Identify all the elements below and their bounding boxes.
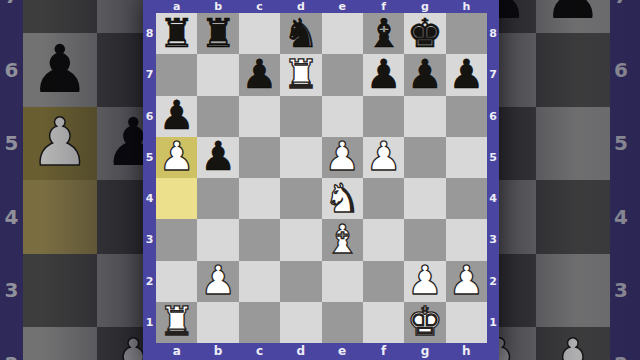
bg-piece-black-pawn-b5: ♟ <box>104 110 143 176</box>
bg-square-g7: ♟ <box>499 0 536 33</box>
square-d3[interactable] <box>280 219 321 260</box>
square-h2[interactable]: ♟ <box>446 261 487 302</box>
piece-white-knight-e4[interactable]: ♞ <box>324 178 360 218</box>
square-g3[interactable] <box>404 219 445 260</box>
square-d6[interactable] <box>280 96 321 137</box>
bg-rank-label-3: 3 <box>0 278 23 302</box>
piece-white-rook-d7[interactable]: ♜ <box>283 54 319 94</box>
square-b2[interactable]: ♟ <box>197 261 238 302</box>
square-a2[interactable] <box>156 261 197 302</box>
bg-square-a3 <box>23 254 97 328</box>
bg-rank-label-6: 6 <box>610 58 633 82</box>
square-g2[interactable]: ♟ <box>404 261 445 302</box>
file-label-bottom-h: h <box>446 343 487 360</box>
bg-square-a5: ♟ <box>23 107 97 181</box>
bg-coordinate-strip <box>610 0 640 360</box>
file-label-top-c: c <box>239 0 280 13</box>
square-e5[interactable]: ♟ <box>322 137 363 178</box>
square-c8[interactable] <box>239 13 280 54</box>
bg-square-b7 <box>97 0 144 33</box>
square-d2[interactable] <box>280 261 321 302</box>
square-g6[interactable] <box>404 96 445 137</box>
bg-rank-label-2: 2 <box>610 352 633 360</box>
rank-label-left-7: 7 <box>143 54 156 95</box>
square-a5[interactable]: ♟ <box>156 137 197 178</box>
rank-label-right-7: 7 <box>487 54 499 95</box>
square-d7[interactable]: ♜ <box>280 54 321 95</box>
square-e6[interactable] <box>322 96 363 137</box>
background-board-right: ♟♟♟♟765432 <box>499 0 640 360</box>
file-label-bottom-c: c <box>239 343 280 360</box>
bg-square-a4 <box>23 180 97 254</box>
piece-white-pawn-f5[interactable]: ♟ <box>366 136 402 176</box>
bg-rank-label-5: 5 <box>610 131 633 155</box>
piece-black-pawn-g7[interactable]: ♟ <box>407 54 443 94</box>
bg-square-a2 <box>23 327 97 360</box>
piece-black-rook-b8[interactable]: ♜ <box>200 13 236 53</box>
square-e3[interactable]: ♝ <box>322 219 363 260</box>
piece-white-pawn-e5[interactable]: ♟ <box>324 136 360 176</box>
bg-square-b3 <box>97 254 144 328</box>
piece-black-rook-a8[interactable]: ♜ <box>159 13 195 53</box>
rank-label-left-3: 3 <box>143 219 156 260</box>
square-c7[interactable]: ♟ <box>239 54 280 95</box>
square-f8[interactable]: ♝ <box>363 13 404 54</box>
square-d8[interactable]: ♞ <box>280 13 321 54</box>
square-a8[interactable]: ♜ <box>156 13 197 54</box>
bg-piece-white-pawn-a5: ♟ <box>30 110 89 176</box>
bg-rank-label-7: 7 <box>0 0 23 8</box>
bg-square-h4 <box>536 180 610 254</box>
square-h6[interactable] <box>446 96 487 137</box>
bg-square-h3 <box>536 254 610 328</box>
board-squares: ♜♜♞♝♚♟♜♟♟♟♟♟♟♟♟♞♝♟♟♟♜♚ <box>156 13 487 343</box>
square-h4[interactable] <box>446 178 487 219</box>
piece-black-pawn-b5[interactable]: ♟ <box>200 136 236 176</box>
bg-square-h2: ♟ <box>536 327 610 360</box>
square-h7[interactable]: ♟ <box>446 54 487 95</box>
piece-black-knight-d8[interactable]: ♞ <box>283 13 319 53</box>
piece-white-rook-a1[interactable]: ♜ <box>159 301 195 341</box>
bg-rank-label-4: 4 <box>0 205 23 229</box>
rank-label-right-5: 5 <box>487 137 499 178</box>
square-e2[interactable] <box>322 261 363 302</box>
square-g5[interactable] <box>404 137 445 178</box>
bg-piece-black-pawn-g7: ♟ <box>499 0 529 29</box>
square-b4[interactable] <box>197 178 238 219</box>
square-a3[interactable] <box>156 219 197 260</box>
piece-white-bishop-e3[interactable]: ♝ <box>324 219 360 259</box>
file-label-top-h: h <box>446 0 487 13</box>
bg-square-g5 <box>499 107 536 181</box>
square-g8[interactable]: ♚ <box>404 13 445 54</box>
square-b5[interactable]: ♟ <box>197 137 238 178</box>
piece-white-pawn-h2[interactable]: ♟ <box>448 260 484 300</box>
bg-square-b6 <box>97 33 144 107</box>
square-f1[interactable] <box>363 302 404 343</box>
rank-label-right-3: 3 <box>487 219 499 260</box>
square-g1[interactable]: ♚ <box>404 302 445 343</box>
bg-square-h5 <box>536 107 610 181</box>
bg-square-a7 <box>23 0 97 33</box>
bg-piece-white-pawn-h2: ♟ <box>543 331 602 360</box>
rank-label-left-1: 1 <box>143 302 156 343</box>
piece-black-pawn-a6[interactable]: ♟ <box>159 95 195 135</box>
square-c5[interactable] <box>239 137 280 178</box>
piece-black-pawn-h7[interactable]: ♟ <box>448 54 484 94</box>
file-label-bottom-e: e <box>322 343 363 360</box>
chess-app-frame: 765432♟♟♟♟ ♟♟♟♟765432 abcdefgh abcdefgh … <box>0 0 640 360</box>
square-c1[interactable] <box>239 302 280 343</box>
background-board-left: 765432♟♟♟♟ <box>0 0 143 360</box>
bg-rank-label-2: 2 <box>0 352 23 360</box>
bg-square-a6: ♟ <box>23 33 97 107</box>
file-label-bottom-g: g <box>404 343 445 360</box>
piece-white-king-g1[interactable]: ♚ <box>407 301 443 341</box>
bg-coordinate-strip <box>0 0 23 360</box>
square-g4[interactable] <box>404 178 445 219</box>
file-label-bottom-a: a <box>156 343 197 360</box>
piece-white-pawn-b2[interactable]: ♟ <box>200 260 236 300</box>
piece-white-pawn-g2[interactable]: ♟ <box>407 260 443 300</box>
bg-square-g4 <box>499 180 536 254</box>
bg-rank-label-3: 3 <box>610 278 633 302</box>
square-f5[interactable]: ♟ <box>363 137 404 178</box>
rank-label-left-2: 2 <box>143 261 156 302</box>
bg-rank-label-7: 7 <box>610 0 633 8</box>
bg-square-g3 <box>499 254 536 328</box>
square-b7[interactable] <box>197 54 238 95</box>
bg-square-b5: ♟ <box>97 107 144 181</box>
square-g7[interactable]: ♟ <box>404 54 445 95</box>
rank-label-left-4: 4 <box>143 178 156 219</box>
rank-label-right-4: 4 <box>487 178 499 219</box>
square-b6[interactable] <box>197 96 238 137</box>
square-e7[interactable] <box>322 54 363 95</box>
rank-label-left-8: 8 <box>143 13 156 54</box>
square-a6[interactable]: ♟ <box>156 96 197 137</box>
rank-label-right-6: 6 <box>487 96 499 137</box>
square-a1[interactable]: ♜ <box>156 302 197 343</box>
piece-black-pawn-f7[interactable]: ♟ <box>366 54 402 94</box>
bg-square-g6 <box>499 33 536 107</box>
piece-white-pawn-a5[interactable]: ♟ <box>159 136 195 176</box>
square-h8[interactable] <box>446 13 487 54</box>
square-f7[interactable]: ♟ <box>363 54 404 95</box>
square-b3[interactable] <box>197 219 238 260</box>
chess-board[interactable]: abcdefgh abcdefgh 87654321 87654321 ♜♜♞♝… <box>143 0 499 360</box>
piece-black-pawn-c7[interactable]: ♟ <box>242 54 278 94</box>
square-e1[interactable] <box>322 302 363 343</box>
square-a7[interactable] <box>156 54 197 95</box>
bg-piece-white-pawn-g2: ♟ <box>499 331 529 360</box>
rank-label-right-8: 8 <box>487 13 499 54</box>
bg-piece-black-pawn-h7: ♟ <box>543 0 602 29</box>
bg-piece-black-pawn-a6: ♟ <box>30 37 89 103</box>
square-b1[interactable] <box>197 302 238 343</box>
square-f4[interactable] <box>363 178 404 219</box>
square-f3[interactable] <box>363 219 404 260</box>
square-d5[interactable] <box>280 137 321 178</box>
rank-label-left-6: 6 <box>143 96 156 137</box>
square-e4[interactable]: ♞ <box>322 178 363 219</box>
rank-label-right-2: 2 <box>487 261 499 302</box>
file-label-bottom-b: b <box>197 343 238 360</box>
bg-square-h6 <box>536 33 610 107</box>
bg-rank-label-5: 5 <box>0 131 23 155</box>
bg-rank-label-4: 4 <box>610 205 633 229</box>
file-label-top-e: e <box>322 0 363 13</box>
rank-label-left-5: 5 <box>143 137 156 178</box>
square-f6[interactable] <box>363 96 404 137</box>
square-h3[interactable] <box>446 219 487 260</box>
square-e8[interactable] <box>322 13 363 54</box>
file-label-bottom-f: f <box>363 343 404 360</box>
bg-square-b2: ♟ <box>97 327 144 360</box>
piece-black-bishop-f8[interactable]: ♝ <box>366 13 402 53</box>
square-h5[interactable] <box>446 137 487 178</box>
square-d1[interactable] <box>280 302 321 343</box>
square-d4[interactable] <box>280 178 321 219</box>
file-label-bottom-d: d <box>280 343 321 360</box>
square-b8[interactable]: ♜ <box>197 13 238 54</box>
square-c2[interactable] <box>239 261 280 302</box>
square-c6[interactable] <box>239 96 280 137</box>
bg-square-b4 <box>97 180 144 254</box>
square-a4[interactable] <box>156 178 197 219</box>
bg-square-g2: ♟ <box>499 327 536 360</box>
bg-square-h7: ♟ <box>536 0 610 33</box>
rank-label-right-1: 1 <box>487 302 499 343</box>
square-h1[interactable] <box>446 302 487 343</box>
square-c3[interactable] <box>239 219 280 260</box>
bg-piece-white-pawn-b2: ♟ <box>104 331 143 360</box>
bg-rank-label-6: 6 <box>0 58 23 82</box>
piece-black-king-g8[interactable]: ♚ <box>407 13 443 53</box>
square-f2[interactable] <box>363 261 404 302</box>
square-c4[interactable] <box>239 178 280 219</box>
